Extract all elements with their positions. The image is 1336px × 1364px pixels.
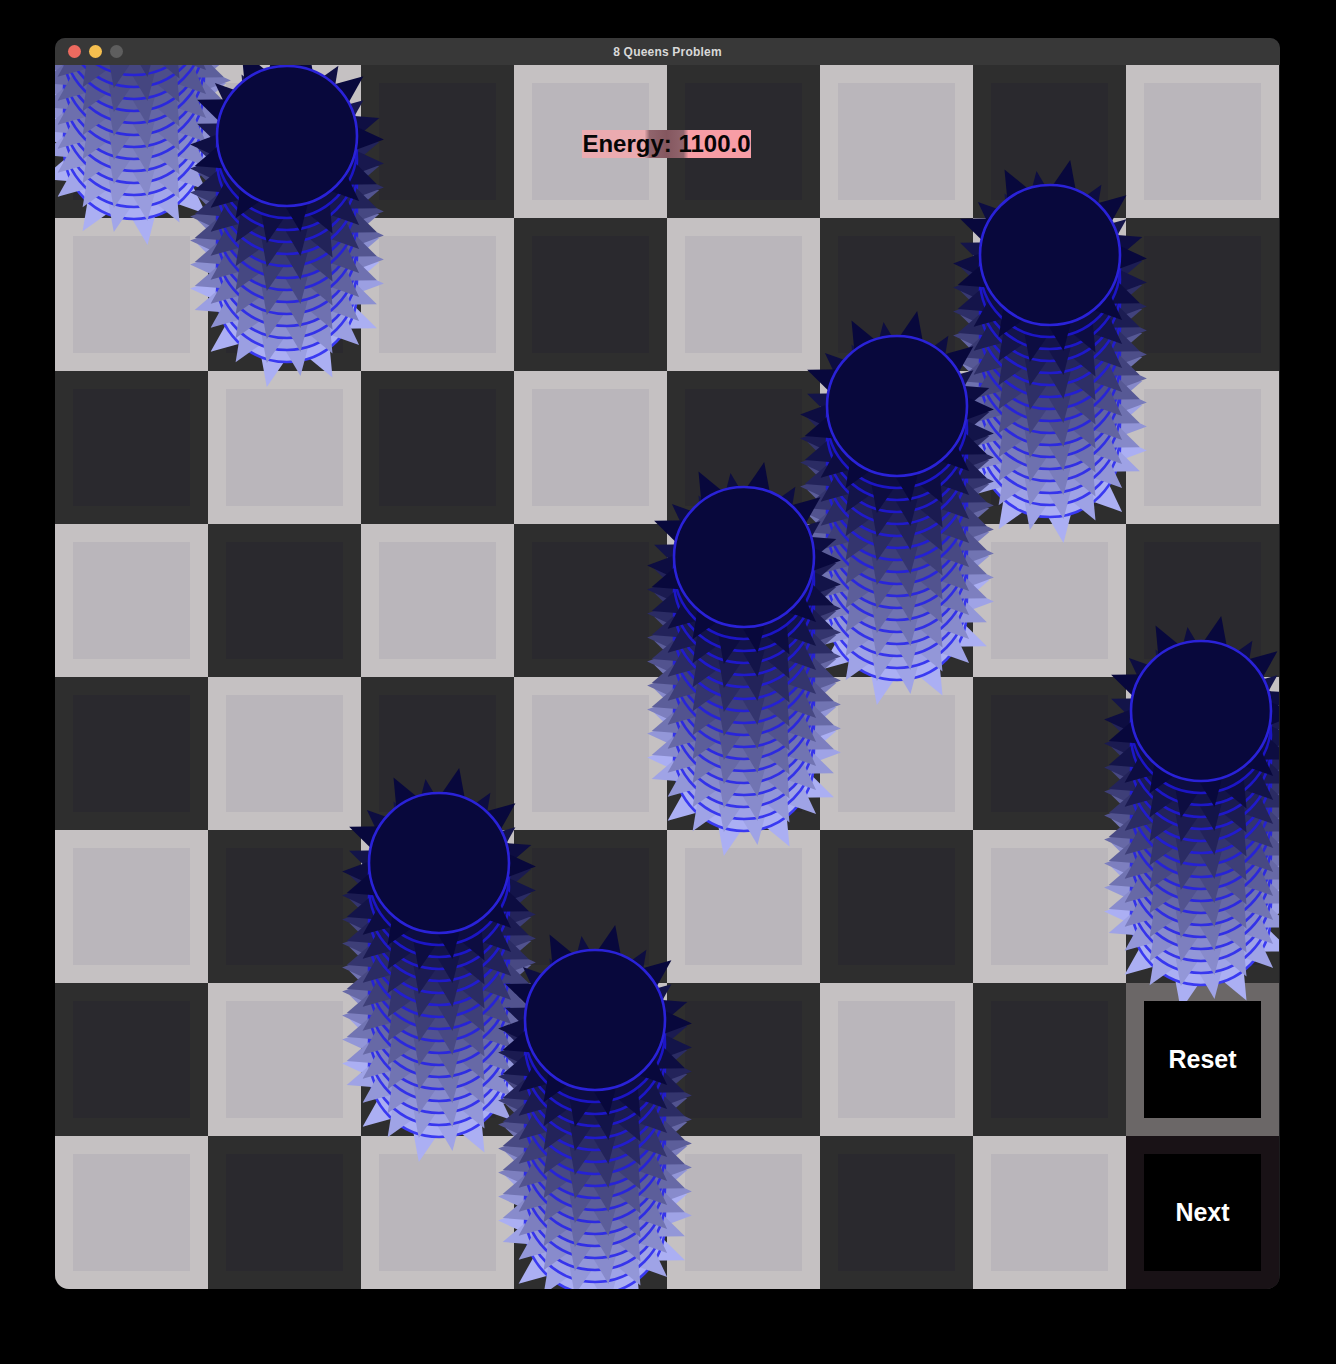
- square-inner-panel: [1144, 389, 1261, 506]
- square-inner-panel: [379, 236, 496, 353]
- board-square: [1126, 524, 1279, 677]
- board-square: [55, 371, 208, 524]
- close-icon[interactable]: [68, 45, 81, 58]
- square-inner-panel: [73, 1154, 190, 1271]
- square-inner-panel: [838, 695, 955, 812]
- board-square: [820, 218, 973, 371]
- board-square: [514, 524, 667, 677]
- square-inner-panel: [838, 83, 955, 200]
- board-square: [820, 371, 973, 524]
- board-square: [514, 677, 667, 830]
- board-square: [55, 830, 208, 983]
- board-square: [667, 218, 820, 371]
- board-square: [1126, 371, 1279, 524]
- square-inner-panel: [532, 236, 649, 353]
- square-inner-panel: [991, 83, 1108, 200]
- window-title: 8 Queens Problem: [613, 45, 722, 59]
- square-inner-panel: [685, 1154, 802, 1271]
- board-square: [973, 371, 1126, 524]
- board-square: [820, 983, 973, 1136]
- board-square: [361, 1136, 514, 1289]
- square-inner-panel: [532, 542, 649, 659]
- square-inner-panel: [991, 236, 1108, 353]
- board-square: [667, 1136, 820, 1289]
- reset-button[interactable]: Reset: [1144, 1001, 1261, 1118]
- square-inner-panel: [685, 236, 802, 353]
- square-inner-panel: [685, 1001, 802, 1118]
- board-square: [208, 677, 361, 830]
- board-square: [361, 218, 514, 371]
- square-inner-panel: [73, 542, 190, 659]
- board-square: [208, 983, 361, 1136]
- board-square: [820, 677, 973, 830]
- square-inner-panel: [532, 1154, 649, 1271]
- board-square: [514, 371, 667, 524]
- square-inner-panel: [532, 848, 649, 965]
- square-inner-panel: [838, 1154, 955, 1271]
- square-inner-panel: [838, 848, 955, 965]
- square-inner-panel: [532, 389, 649, 506]
- square-inner-panel: [73, 83, 190, 200]
- square-inner-panel: [685, 848, 802, 965]
- square-inner-panel: [379, 1154, 496, 1271]
- board-square: [55, 983, 208, 1136]
- board-square: [514, 983, 667, 1136]
- square-inner-panel: [379, 542, 496, 659]
- square-inner-panel: [226, 695, 343, 812]
- square-inner-panel: [379, 1001, 496, 1118]
- chessboard: Energy: 1100.0 Reset Next: [55, 65, 1279, 1289]
- square-inner-panel: [685, 389, 802, 506]
- board-square: [208, 1136, 361, 1289]
- board-square: [361, 65, 514, 218]
- square-inner-panel: [838, 542, 955, 659]
- square-inner-panel: [532, 1001, 649, 1118]
- board-square: [973, 65, 1126, 218]
- board-square: [1126, 218, 1279, 371]
- square-inner-panel: [1144, 848, 1261, 965]
- square-inner-panel: [991, 1001, 1108, 1118]
- board-square: [973, 1136, 1126, 1289]
- square-inner-panel: [838, 236, 955, 353]
- board-square: [208, 218, 361, 371]
- board-square: [1126, 830, 1279, 983]
- square-inner-panel: [991, 389, 1108, 506]
- minimize-icon[interactable]: [89, 45, 102, 58]
- square-inner-panel: [991, 1154, 1108, 1271]
- board-square: [208, 830, 361, 983]
- square-inner-panel: [532, 695, 649, 812]
- board-square: [973, 677, 1126, 830]
- square-inner-panel: [226, 1154, 343, 1271]
- board-square: [667, 524, 820, 677]
- square-inner-panel: [226, 1001, 343, 1118]
- board-square: [361, 983, 514, 1136]
- board-square: [514, 830, 667, 983]
- square-inner-panel: [73, 695, 190, 812]
- board-square: [1126, 677, 1279, 830]
- square-inner-panel: [226, 389, 343, 506]
- board-square: [1126, 65, 1279, 218]
- square-inner-panel: [838, 389, 955, 506]
- board-square: [973, 983, 1126, 1136]
- board-square: [55, 1136, 208, 1289]
- square-inner-panel: [73, 236, 190, 353]
- square-inner-panel: [226, 83, 343, 200]
- board-square: [667, 677, 820, 830]
- square-inner-panel: [73, 1001, 190, 1118]
- square-inner-panel: [685, 542, 802, 659]
- board-square: [361, 371, 514, 524]
- square-inner-panel: [226, 542, 343, 659]
- square-inner-panel: [1144, 236, 1261, 353]
- traffic-lights: [68, 45, 123, 58]
- square-inner-panel: [379, 83, 496, 200]
- board-square: [514, 1136, 667, 1289]
- square-inner-panel: [226, 236, 343, 353]
- square-inner-panel: [1144, 695, 1261, 812]
- board-square: [55, 677, 208, 830]
- board-square: [820, 830, 973, 983]
- next-button[interactable]: Next: [1144, 1154, 1261, 1271]
- energy-label: Energy: 1100.0: [582, 130, 751, 158]
- square-inner-panel: [73, 848, 190, 965]
- square-inner-panel: [838, 1001, 955, 1118]
- window-titlebar: 8 Queens Problem: [55, 38, 1280, 65]
- board-square: [208, 524, 361, 677]
- board-square: [55, 218, 208, 371]
- board-square: [820, 65, 973, 218]
- app-window: 8 Queens Problem Energy: 1100.0 Reset Ne…: [55, 38, 1280, 1289]
- board-square: [973, 218, 1126, 371]
- square-inner-panel: [991, 848, 1108, 965]
- square-inner-panel: [991, 695, 1108, 812]
- board-square: [208, 65, 361, 218]
- board-square: [667, 983, 820, 1136]
- square-inner-panel: [73, 389, 190, 506]
- board-square: [361, 830, 514, 983]
- board-square: [361, 524, 514, 677]
- square-inner-panel: [379, 389, 496, 506]
- board-square: [514, 218, 667, 371]
- square-inner-panel: [379, 695, 496, 812]
- square-inner-panel: [1144, 542, 1261, 659]
- board-square: [55, 524, 208, 677]
- square-inner-panel: [685, 695, 802, 812]
- board-square: [208, 371, 361, 524]
- board-square: [820, 1136, 973, 1289]
- board-square: [667, 371, 820, 524]
- board-square: [667, 830, 820, 983]
- board-square: [973, 524, 1126, 677]
- board-square: [820, 524, 973, 677]
- square-inner-panel: [991, 542, 1108, 659]
- board-square: [361, 677, 514, 830]
- board-square: [973, 830, 1126, 983]
- square-inner-panel: [226, 848, 343, 965]
- square-inner-panel: [379, 848, 496, 965]
- board-square: [55, 65, 208, 218]
- zoom-icon[interactable]: [110, 45, 123, 58]
- square-inner-panel: [1144, 83, 1261, 200]
